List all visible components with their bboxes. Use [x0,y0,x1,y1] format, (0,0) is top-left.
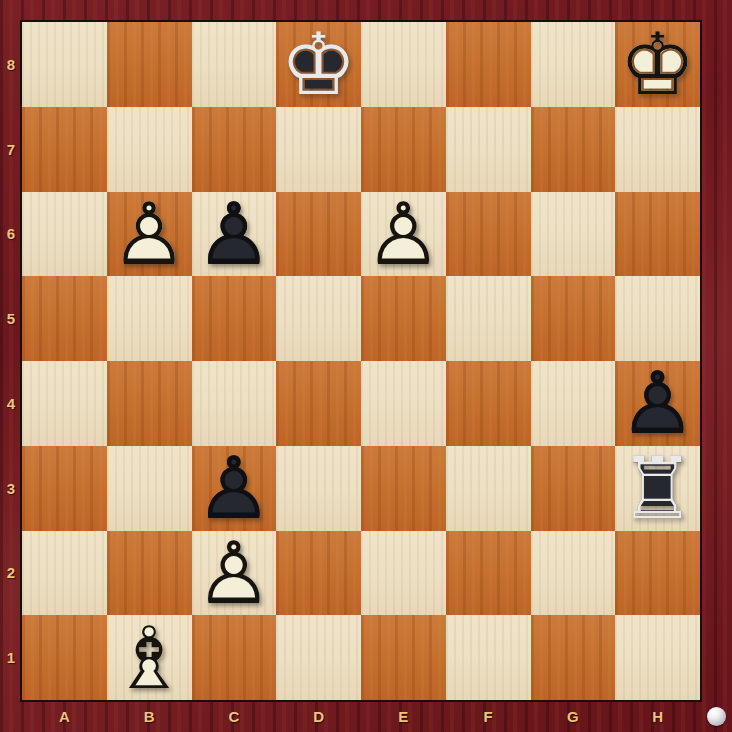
square-e7[interactable] [361,107,446,192]
piece-white-king[interactable]: ♚♔ [615,22,700,107]
black-pawn-glyph-outline: ♙ [192,192,277,277]
square-f2[interactable] [446,531,531,616]
chess-app-window: ♚♔♚♔♟♙♟♙♟♙♟♙♟♙♜♖♟♙♝♗ 87654321 ABCDEFGH [0,0,732,732]
square-f6[interactable] [446,192,531,277]
square-a2[interactable] [22,531,107,616]
piece-black-rook[interactable]: ♜♖ [615,446,700,531]
square-a8[interactable] [22,22,107,107]
square-b4[interactable] [107,361,192,446]
square-c5[interactable] [192,276,277,361]
square-h4[interactable]: ♟♙ [615,361,700,446]
square-b2[interactable] [107,531,192,616]
square-d2[interactable] [276,531,361,616]
piece-white-pawn[interactable]: ♟♙ [361,192,446,277]
black-pawn-glyph-outline: ♙ [192,446,277,531]
square-c1[interactable] [192,615,277,700]
square-h7[interactable] [615,107,700,192]
square-b8[interactable] [107,22,192,107]
square-d3[interactable] [276,446,361,531]
square-f5[interactable] [446,276,531,361]
square-a5[interactable] [22,276,107,361]
rank-label-3: 3 [0,446,22,531]
square-g8[interactable] [531,22,616,107]
rank-label-8: 8 [0,22,22,107]
square-e2[interactable] [361,531,446,616]
square-a3[interactable] [22,446,107,531]
file-label-h: H [615,700,700,732]
square-a1[interactable] [22,615,107,700]
square-c7[interactable] [192,107,277,192]
square-e1[interactable] [361,615,446,700]
rank-label-2: 2 [0,531,22,616]
square-f4[interactable] [446,361,531,446]
piece-white-bishop[interactable]: ♝♗ [107,615,192,700]
rank-label-1: 1 [0,615,22,700]
square-d5[interactable] [276,276,361,361]
rank-labels: 87654321 [0,22,22,700]
white-pawn-glyph-outline: ♙ [107,192,192,277]
square-f8[interactable] [446,22,531,107]
square-a6[interactable] [22,192,107,277]
square-c4[interactable] [192,361,277,446]
black-king-glyph-outline: ♔ [276,22,361,107]
piece-black-king[interactable]: ♚♔ [276,22,361,107]
file-label-b: B [107,700,192,732]
piece-white-pawn[interactable]: ♟♙ [192,531,277,616]
piece-black-pawn[interactable]: ♟♙ [192,446,277,531]
square-b7[interactable] [107,107,192,192]
square-e6[interactable]: ♟♙ [361,192,446,277]
rank-label-5: 5 [0,276,22,361]
square-d4[interactable] [276,361,361,446]
piece-black-pawn[interactable]: ♟♙ [615,361,700,446]
square-g2[interactable] [531,531,616,616]
square-g5[interactable] [531,276,616,361]
white-king-glyph-outline: ♔ [615,22,700,107]
square-g3[interactable] [531,446,616,531]
black-pawn-glyph-outline: ♙ [615,361,700,446]
square-e5[interactable] [361,276,446,361]
square-g6[interactable] [531,192,616,277]
file-label-e: E [361,700,446,732]
square-b3[interactable] [107,446,192,531]
square-a7[interactable] [22,107,107,192]
white-pawn-glyph-outline: ♙ [192,531,277,616]
square-c8[interactable] [192,22,277,107]
side-to-move-indicator [707,707,726,726]
square-d6[interactable] [276,192,361,277]
rank-label-4: 4 [0,361,22,446]
file-label-d: D [276,700,361,732]
square-e3[interactable] [361,446,446,531]
square-c3[interactable]: ♟♙ [192,446,277,531]
square-g4[interactable] [531,361,616,446]
square-g7[interactable] [531,107,616,192]
square-d7[interactable] [276,107,361,192]
square-b5[interactable] [107,276,192,361]
square-g1[interactable] [531,615,616,700]
square-h8[interactable]: ♚♔ [615,22,700,107]
file-labels: ABCDEFGH [22,700,700,732]
file-label-f: F [446,700,531,732]
file-label-a: A [22,700,107,732]
rank-label-7: 7 [0,107,22,192]
square-c2[interactable]: ♟♙ [192,531,277,616]
piece-black-pawn[interactable]: ♟♙ [192,192,277,277]
file-label-c: C [192,700,277,732]
file-label-g: G [531,700,616,732]
white-pawn-glyph-outline: ♙ [361,192,446,277]
piece-white-pawn[interactable]: ♟♙ [107,192,192,277]
white-bishop-glyph-outline: ♗ [107,615,192,700]
square-h2[interactable] [615,531,700,616]
black-rook-glyph-outline: ♖ [615,446,700,531]
square-e8[interactable] [361,22,446,107]
square-h3[interactable]: ♜♖ [615,446,700,531]
square-f3[interactable] [446,446,531,531]
square-f7[interactable] [446,107,531,192]
chess-board: ♚♔♚♔♟♙♟♙♟♙♟♙♟♙♜♖♟♙♝♗ [22,22,700,700]
square-h1[interactable] [615,615,700,700]
square-b6[interactable]: ♟♙ [107,192,192,277]
square-f1[interactable] [446,615,531,700]
square-a4[interactable] [22,361,107,446]
square-b1[interactable]: ♝♗ [107,615,192,700]
rank-label-6: 6 [0,192,22,277]
square-c6[interactable]: ♟♙ [192,192,277,277]
square-h6[interactable] [615,192,700,277]
square-d8[interactable]: ♚♔ [276,22,361,107]
square-h5[interactable] [615,276,700,361]
square-e4[interactable] [361,361,446,446]
square-d1[interactable] [276,615,361,700]
